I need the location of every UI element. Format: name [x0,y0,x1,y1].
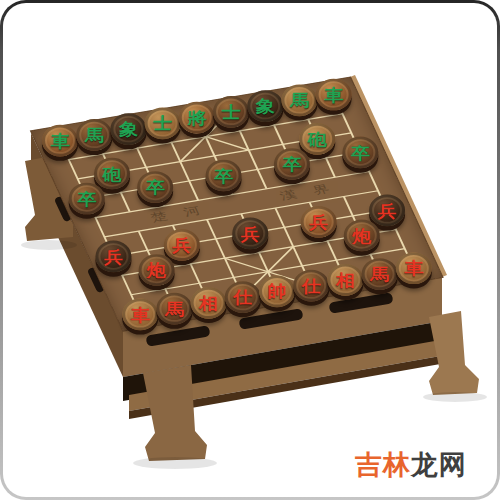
piece-red-c[interactable]: 炮 [138,254,174,286]
board-point[interactable]: 卒 [133,174,176,199]
piece-red-n[interactable]: 馬 [361,258,397,290]
piece-red-p[interactable]: 兵 [369,194,405,226]
board-point[interactable]: 卒 [339,140,382,165]
piece-red-p[interactable]: 兵 [301,206,337,238]
board-point[interactable]: 車 [392,255,435,280]
piece-green-r[interactable]: 車 [315,78,351,110]
board-point[interactable]: 卒 [202,163,245,188]
piece-green-p[interactable]: 卒 [342,136,378,168]
board-point[interactable]: 兵 [365,198,408,223]
board-point[interactable]: 帥 [255,278,298,303]
board-point[interactable]: 象 [107,116,150,141]
watermark: 吉林龙网 [355,447,467,483]
piece-red-a[interactable]: 仕 [225,281,261,313]
foot-shadow [423,392,487,402]
piece-red-b[interactable]: 相 [190,287,226,319]
piece-green-p[interactable]: 卒 [69,182,105,214]
board-point[interactable]: 兵 [297,209,340,234]
piece-red-r[interactable]: 車 [396,252,432,284]
board-point[interactable]: 相 [324,267,367,292]
card-border: 楚 河漢 界 車馬象士將士象馬車砲砲卒卒卒卒卒兵兵兵兵兵炮炮車馬相仕帥仕相馬車 … [0,0,500,500]
board-point[interactable]: 兵 [160,232,203,257]
piece-red-p[interactable]: 兵 [232,217,268,249]
board-point[interactable]: 將 [175,105,218,130]
piece-red-k[interactable]: 帥 [259,275,295,307]
board-point[interactable]: 卒 [65,186,108,211]
piece-red-a[interactable]: 仕 [293,269,329,301]
piece-green-k[interactable]: 將 [179,101,215,133]
piece-red-n[interactable]: 馬 [156,292,192,324]
piece-green-r[interactable]: 車 [42,124,78,156]
board-point[interactable]: 炮 [340,223,383,248]
board-point[interactable]: 相 [187,290,230,315]
board-point[interactable]: 馬 [73,122,116,147]
watermark-text-secondary: 龙网 [411,449,467,480]
board-point[interactable]: 車 [38,128,81,153]
piece-green-n[interactable]: 馬 [281,84,317,116]
foot-shadow [133,457,217,469]
board-point[interactable]: 馬 [153,296,196,321]
board-point[interactable]: 士 [209,99,252,124]
board-point[interactable]: 仕 [221,284,264,309]
photo-card: 楚 河漢 界 車馬象士將士象馬車砲砲卒卒卒卒卒兵兵兵兵兵炮炮車馬相仕帥仕相馬車 … [0,0,500,500]
piece-green-p[interactable]: 卒 [137,171,173,203]
board-point[interactable]: 象 [244,93,287,118]
piece-green-a[interactable]: 士 [213,96,249,128]
board-point[interactable]: 仕 [290,273,333,298]
board-point[interactable]: 馬 [358,261,401,286]
piece-red-r[interactable]: 車 [122,298,158,330]
piece-green-c[interactable]: 砲 [94,157,130,189]
piece-green-p[interactable]: 卒 [205,159,241,191]
board-point[interactable]: 士 [141,111,184,136]
piece-green-a[interactable]: 士 [144,107,180,139]
piece-green-b[interactable]: 象 [110,113,146,145]
board-point[interactable]: 兵 [229,221,272,246]
board-point[interactable]: 炮 [135,257,178,282]
piece-green-c[interactable]: 砲 [299,123,335,155]
board-point[interactable]: 兵 [92,244,135,269]
stand-right-leg [429,311,479,395]
watermark-text-primary: 吉林 [355,449,411,480]
piece-green-b[interactable]: 象 [247,90,283,122]
piece-red-b[interactable]: 相 [327,264,363,296]
foot-shadow [21,240,77,250]
board-point[interactable]: 卒 [270,151,313,176]
piece-red-p[interactable]: 兵 [164,229,200,261]
board-point[interactable]: 車 [119,302,162,327]
piece-red-c[interactable]: 炮 [344,219,380,251]
xiangqi-set-scene: 楚 河漢 界 車馬象士將士象馬車砲砲卒卒卒卒卒兵兵兵兵兵炮炮車馬相仕帥仕相馬車 [3,3,497,497]
piece-red-p[interactable]: 兵 [95,240,131,272]
card-background: 楚 河漢 界 車馬象士將士象馬車砲砲卒卒卒卒卒兵兵兵兵兵炮炮車馬相仕帥仕相馬車 … [3,3,497,497]
board-point[interactable]: 馬 [278,87,321,112]
board-point[interactable]: 砲 [296,126,339,151]
piece-green-n[interactable]: 馬 [76,119,112,151]
piece-green-p[interactable]: 卒 [274,148,310,180]
board-point[interactable]: 車 [312,82,355,107]
board-point[interactable]: 砲 [90,161,133,186]
